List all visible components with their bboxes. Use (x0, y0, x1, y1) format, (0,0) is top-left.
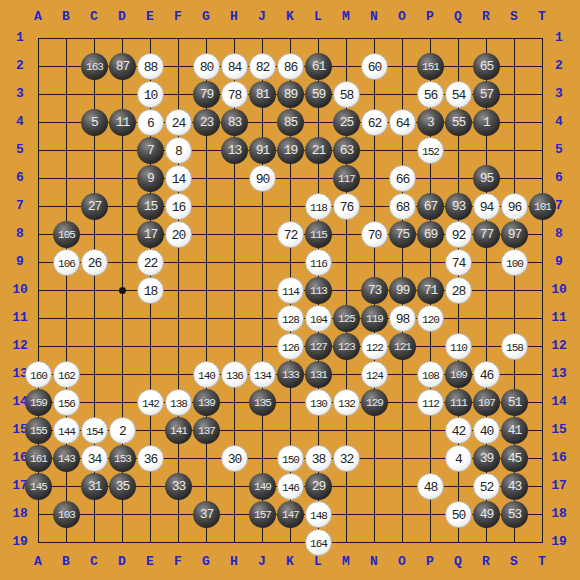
stone-black-E5[interactable]: 7 (137, 137, 164, 164)
stone-white-N2[interactable]: 60 (361, 53, 388, 80)
stone-black-C4[interactable]: 5 (81, 109, 108, 136)
row-label-right: 16 (547, 450, 571, 466)
column-label-top: G (194, 9, 218, 25)
stone-move-number: 15 (144, 199, 158, 214)
stone-move-number: 58 (340, 88, 354, 103)
stone-black-A14[interactable]: 159 (25, 389, 52, 416)
row-label-left: 12 (8, 338, 32, 354)
stone-white-R7[interactable]: 94 (473, 193, 500, 220)
stone-move-number: 163 (86, 61, 103, 73)
stone-white-H2[interactable]: 84 (221, 53, 248, 80)
stone-white-N8[interactable]: 70 (361, 221, 388, 248)
stone-black-D2[interactable]: 87 (109, 53, 136, 80)
stone-move-number: 132 (338, 398, 355, 410)
stone-black-F15[interactable]: 141 (165, 417, 192, 444)
stone-move-number: 158 (506, 342, 523, 354)
column-label-top: O (390, 9, 414, 25)
stone-black-C2[interactable]: 163 (81, 53, 108, 80)
stone-black-R2[interactable]: 65 (473, 53, 500, 80)
stone-white-R13[interactable]: 46 (473, 361, 500, 388)
stone-move-number: 60 (368, 60, 382, 75)
stone-move-number: 18 (144, 284, 158, 299)
stone-black-K5[interactable]: 19 (277, 137, 304, 164)
column-label-bottom: Q (446, 554, 470, 570)
stone-move-number: 13 (228, 143, 242, 158)
stone-white-Q12[interactable]: 110 (445, 333, 472, 360)
stone-move-number: 135 (254, 397, 271, 409)
stone-white-L11[interactable]: 104 (305, 305, 332, 332)
stone-white-Q16[interactable]: 4 (445, 445, 472, 472)
stone-move-number: 116 (310, 258, 327, 270)
stone-white-K12[interactable]: 126 (277, 333, 304, 360)
stone-black-F17[interactable]: 33 (165, 473, 192, 500)
stone-move-number: 87 (116, 59, 130, 74)
stone-white-N12[interactable]: 122 (361, 333, 388, 360)
stone-move-number: 81 (256, 87, 270, 102)
stone-black-B18[interactable]: 103 (53, 501, 80, 528)
stone-black-R16[interactable]: 39 (473, 445, 500, 472)
stone-white-E3[interactable]: 10 (137, 81, 164, 108)
stone-move-number: 153 (114, 453, 131, 465)
stone-white-Q9[interactable]: 74 (445, 249, 472, 276)
stone-white-B9[interactable]: 106 (53, 249, 80, 276)
row-label-right: 18 (547, 506, 571, 522)
stone-move-number: 40 (480, 424, 494, 439)
stone-black-N10[interactable]: 73 (361, 277, 388, 304)
column-label-bottom: H (222, 554, 246, 570)
stone-black-O8[interactable]: 75 (389, 221, 416, 248)
stone-black-P8[interactable]: 69 (417, 221, 444, 248)
stone-white-M16[interactable]: 32 (333, 445, 360, 472)
stone-move-number: 49 (480, 507, 494, 522)
stone-black-P4[interactable]: 3 (417, 109, 444, 136)
column-label-top: F (166, 9, 190, 25)
stone-move-number: 117 (338, 173, 355, 185)
column-label-bottom: R (474, 554, 498, 570)
stone-black-S14[interactable]: 51 (501, 389, 528, 416)
stone-white-Q8[interactable]: 92 (445, 221, 472, 248)
stone-black-C7[interactable]: 27 (81, 193, 108, 220)
stone-move-number: 20 (172, 228, 186, 243)
stone-white-H16[interactable]: 30 (221, 445, 248, 472)
stone-move-number: 101 (534, 201, 551, 213)
stone-white-P14[interactable]: 112 (417, 389, 444, 416)
column-label-top: E (138, 9, 162, 25)
stone-move-number: 94 (480, 200, 494, 215)
stone-move-number: 36 (144, 452, 158, 467)
stone-black-D4[interactable]: 11 (109, 109, 136, 136)
stone-move-number: 5 (91, 115, 98, 130)
stone-white-G13[interactable]: 140 (193, 361, 220, 388)
stone-white-J2[interactable]: 82 (249, 53, 276, 80)
stone-move-number: 45 (508, 451, 522, 466)
stone-white-E14[interactable]: 142 (137, 389, 164, 416)
stone-black-R4[interactable]: 1 (473, 109, 500, 136)
stone-move-number: 4 (455, 452, 462, 467)
stone-move-number: 100 (506, 258, 523, 270)
stone-black-B16[interactable]: 143 (53, 445, 80, 472)
stone-black-G3[interactable]: 79 (193, 81, 220, 108)
stone-white-P3[interactable]: 56 (417, 81, 444, 108)
stone-white-F4[interactable]: 24 (165, 109, 192, 136)
stone-white-B15[interactable]: 144 (53, 417, 80, 444)
stone-black-J17[interactable]: 149 (249, 473, 276, 500)
stone-move-number: 133 (282, 369, 299, 381)
stone-move-number: 98 (396, 312, 410, 327)
stone-move-number: 126 (282, 342, 299, 354)
stone-move-number: 99 (396, 283, 410, 298)
stone-white-L19[interactable]: 164 (305, 529, 332, 556)
stone-move-number: 112 (422, 398, 439, 410)
stone-white-P5[interactable]: 152 (417, 137, 444, 164)
stone-move-number: 110 (450, 342, 467, 354)
stone-white-B13[interactable]: 162 (53, 361, 80, 388)
stone-black-L8[interactable]: 115 (305, 221, 332, 248)
stone-black-H4[interactable]: 83 (221, 109, 248, 136)
stone-white-K10[interactable]: 114 (277, 277, 304, 304)
stone-move-number: 113 (310, 285, 327, 297)
stone-white-Q15[interactable]: 42 (445, 417, 472, 444)
stone-black-L2[interactable]: 61 (305, 53, 332, 80)
stone-move-number: 42 (452, 424, 466, 439)
stone-move-number: 30 (228, 452, 242, 467)
row-label-right: 17 (547, 478, 571, 494)
column-label-top: H (222, 9, 246, 25)
stone-move-number: 121 (394, 341, 411, 353)
stone-white-K16[interactable]: 150 (277, 445, 304, 472)
stone-white-D15[interactable]: 2 (109, 417, 136, 444)
column-label-bottom: A (26, 554, 50, 570)
stone-white-A13[interactable]: 160 (25, 361, 52, 388)
stone-black-R3[interactable]: 57 (473, 81, 500, 108)
column-label-bottom: T (530, 554, 554, 570)
stone-move-number: 109 (450, 369, 467, 381)
stone-move-number: 21 (312, 143, 326, 158)
stone-white-Q3[interactable]: 54 (445, 81, 472, 108)
stone-white-K2[interactable]: 86 (277, 53, 304, 80)
stone-black-E7[interactable]: 15 (137, 193, 164, 220)
stone-move-number: 77 (480, 227, 494, 242)
stone-move-number: 3 (427, 115, 434, 130)
stone-white-S7[interactable]: 96 (501, 193, 528, 220)
stone-move-number: 69 (424, 227, 438, 242)
stone-white-C16[interactable]: 34 (81, 445, 108, 472)
stone-white-J13[interactable]: 134 (249, 361, 276, 388)
column-label-bottom: J (250, 554, 274, 570)
stone-white-N13[interactable]: 124 (361, 361, 388, 388)
stone-black-Q14[interactable]: 111 (445, 389, 472, 416)
stone-move-number: 148 (310, 510, 327, 522)
stone-move-number: 128 (282, 314, 299, 326)
row-label-left: 6 (8, 170, 32, 186)
stone-black-Q4[interactable]: 55 (445, 109, 472, 136)
stone-white-Q10[interactable]: 28 (445, 277, 472, 304)
stone-move-number: 120 (422, 314, 439, 326)
stone-move-number: 154 (86, 426, 103, 438)
stone-move-number: 63 (340, 143, 354, 158)
stone-move-number: 147 (282, 509, 299, 521)
stone-move-number: 23 (200, 115, 214, 130)
stone-move-number: 93 (452, 199, 466, 214)
stone-move-number: 27 (88, 199, 102, 214)
stone-move-number: 92 (452, 228, 466, 243)
stone-white-S9[interactable]: 100 (501, 249, 528, 276)
column-label-bottom: B (54, 554, 78, 570)
stone-black-P2[interactable]: 151 (417, 53, 444, 80)
stone-white-C15[interactable]: 154 (81, 417, 108, 444)
stone-black-S16[interactable]: 45 (501, 445, 528, 472)
stone-move-number: 139 (198, 397, 215, 409)
stone-black-K4[interactable]: 85 (277, 109, 304, 136)
column-label-bottom: C (82, 554, 106, 570)
column-label-top: N (362, 9, 386, 25)
stone-move-number: 34 (88, 452, 102, 467)
row-label-right: 11 (547, 310, 571, 326)
row-label-right: 3 (547, 86, 571, 102)
stone-white-O6[interactable]: 66 (389, 165, 416, 192)
stone-black-S8[interactable]: 97 (501, 221, 528, 248)
stone-move-number: 140 (198, 370, 215, 382)
stone-black-P7[interactable]: 67 (417, 193, 444, 220)
stone-move-number: 131 (310, 369, 327, 381)
stone-move-number: 107 (478, 397, 495, 409)
stone-black-Q7[interactable]: 93 (445, 193, 472, 220)
stone-black-S17[interactable]: 43 (501, 473, 528, 500)
stone-move-number: 115 (310, 229, 327, 241)
row-label-right: 2 (547, 58, 571, 74)
stone-black-M11[interactable]: 125 (333, 305, 360, 332)
row-label-left: 18 (8, 506, 32, 522)
stone-move-number: 161 (30, 453, 47, 465)
stone-white-B14[interactable]: 156 (53, 389, 80, 416)
stone-black-S18[interactable]: 53 (501, 501, 528, 528)
row-label-right: 10 (547, 282, 571, 298)
stone-move-number: 85 (284, 115, 298, 130)
stone-black-N14[interactable]: 129 (361, 389, 388, 416)
stone-black-K3[interactable]: 89 (277, 81, 304, 108)
stone-white-R15[interactable]: 40 (473, 417, 500, 444)
stone-white-L18[interactable]: 148 (305, 501, 332, 528)
stone-black-A15[interactable]: 155 (25, 417, 52, 444)
stone-white-P13[interactable]: 108 (417, 361, 444, 388)
stone-white-O11[interactable]: 98 (389, 305, 416, 332)
row-label-right: 9 (547, 254, 571, 270)
stone-move-number: 123 (338, 341, 355, 353)
stone-move-number: 96 (508, 200, 522, 215)
stone-move-number: 122 (366, 342, 383, 354)
stone-black-M6[interactable]: 117 (333, 165, 360, 192)
stone-black-L10[interactable]: 113 (305, 277, 332, 304)
stone-black-G15[interactable]: 137 (193, 417, 220, 444)
row-label-left: 11 (8, 310, 32, 326)
stone-black-E8[interactable]: 17 (137, 221, 164, 248)
stone-white-S12[interactable]: 158 (501, 333, 528, 360)
stone-move-number: 74 (452, 256, 466, 271)
stone-black-L13[interactable]: 131 (305, 361, 332, 388)
stone-move-number: 48 (424, 480, 438, 495)
stone-black-L17[interactable]: 29 (305, 473, 332, 500)
stone-white-M3[interactable]: 58 (333, 81, 360, 108)
stone-black-C17[interactable]: 31 (81, 473, 108, 500)
stone-white-H3[interactable]: 78 (221, 81, 248, 108)
stone-move-number: 50 (452, 508, 466, 523)
stone-white-K11[interactable]: 128 (277, 305, 304, 332)
stone-move-number: 155 (30, 425, 47, 437)
stone-black-E6[interactable]: 9 (137, 165, 164, 192)
stone-move-number: 6 (147, 116, 154, 131)
column-label-bottom: N (362, 554, 386, 570)
stone-move-number: 59 (312, 87, 326, 102)
column-label-bottom: D (110, 554, 134, 570)
stone-white-O4[interactable]: 64 (389, 109, 416, 136)
stone-black-G18[interactable]: 37 (193, 501, 220, 528)
stone-black-B8[interactable]: 105 (53, 221, 80, 248)
stone-move-number: 151 (422, 61, 439, 73)
stone-white-H13[interactable]: 136 (221, 361, 248, 388)
column-label-top: K (278, 9, 302, 25)
stone-move-number: 157 (254, 509, 271, 521)
column-label-top: T (530, 9, 554, 25)
stone-white-P11[interactable]: 120 (417, 305, 444, 332)
stone-white-E10[interactable]: 18 (137, 277, 164, 304)
stone-white-M14[interactable]: 132 (333, 389, 360, 416)
stone-move-number: 103 (58, 509, 75, 521)
stone-black-T7[interactable]: 101 (529, 193, 556, 220)
stone-black-O10[interactable]: 99 (389, 277, 416, 304)
stone-move-number: 33 (172, 479, 186, 494)
stone-move-number: 73 (368, 283, 382, 298)
row-label-right: 6 (547, 170, 571, 186)
column-label-bottom: P (418, 554, 442, 570)
stone-white-E2[interactable]: 88 (137, 53, 164, 80)
stone-black-J18[interactable]: 157 (249, 501, 276, 528)
stone-black-P10[interactable]: 71 (417, 277, 444, 304)
stone-white-F5[interactable]: 8 (165, 137, 192, 164)
go-board[interactable]: AABBCCDDEEFFGGHHJJKKLLMMNNOOPPQQRRSSTT11… (0, 0, 580, 580)
stone-black-R14[interactable]: 107 (473, 389, 500, 416)
stone-black-N11[interactable]: 119 (361, 305, 388, 332)
stone-black-G14[interactable]: 139 (193, 389, 220, 416)
stone-move-number: 82 (256, 60, 270, 75)
stone-move-number: 89 (284, 87, 298, 102)
stone-black-R8[interactable]: 77 (473, 221, 500, 248)
stone-move-number: 1 (483, 115, 490, 130)
stone-black-D16[interactable]: 153 (109, 445, 136, 472)
stone-white-F8[interactable]: 20 (165, 221, 192, 248)
stone-white-C9[interactable]: 26 (81, 249, 108, 276)
stone-white-K8[interactable]: 72 (277, 221, 304, 248)
column-label-bottom: L (306, 554, 330, 570)
stone-white-K17[interactable]: 146 (277, 473, 304, 500)
stone-white-N4[interactable]: 62 (361, 109, 388, 136)
stone-black-J3[interactable]: 81 (249, 81, 276, 108)
stone-white-L9[interactable]: 116 (305, 249, 332, 276)
row-label-right: 1 (547, 30, 571, 46)
stone-black-R18[interactable]: 49 (473, 501, 500, 528)
column-label-bottom: E (138, 554, 162, 570)
stone-black-L5[interactable]: 21 (305, 137, 332, 164)
stone-white-Q18[interactable]: 50 (445, 501, 472, 528)
stone-move-number: 141 (170, 425, 187, 437)
stone-move-number: 79 (200, 87, 214, 102)
stone-move-number: 78 (228, 88, 242, 103)
stone-move-number: 76 (340, 200, 354, 215)
stone-move-number: 35 (116, 479, 130, 494)
stone-black-R6[interactable]: 95 (473, 165, 500, 192)
stone-white-E9[interactable]: 22 (137, 249, 164, 276)
stone-white-E4[interactable]: 6 (137, 109, 164, 136)
stone-move-number: 57 (480, 87, 494, 102)
stone-black-L12[interactable]: 127 (305, 333, 332, 360)
grid-line-horizontal (38, 542, 543, 543)
stone-black-G4[interactable]: 23 (193, 109, 220, 136)
stone-move-number: 118 (310, 202, 327, 214)
stone-move-number: 14 (172, 172, 186, 187)
column-label-top: P (418, 9, 442, 25)
stone-move-number: 31 (88, 479, 102, 494)
stone-move-number: 22 (144, 256, 158, 271)
row-label-right: 12 (547, 338, 571, 354)
stone-move-number: 130 (310, 398, 327, 410)
stone-black-K18[interactable]: 147 (277, 501, 304, 528)
stone-move-number: 9 (147, 171, 154, 186)
stone-black-Q13[interactable]: 109 (445, 361, 472, 388)
stone-move-number: 16 (172, 200, 186, 215)
stone-move-number: 2 (119, 424, 126, 439)
stone-move-number: 152 (422, 146, 439, 158)
stone-white-O7[interactable]: 68 (389, 193, 416, 220)
stone-move-number: 80 (200, 60, 214, 75)
stone-white-F7[interactable]: 16 (165, 193, 192, 220)
stone-black-M4[interactable]: 25 (333, 109, 360, 136)
stone-white-E16[interactable]: 36 (137, 445, 164, 472)
stone-white-J6[interactable]: 90 (249, 165, 276, 192)
stone-black-O12[interactable]: 121 (389, 333, 416, 360)
stone-white-L16[interactable]: 38 (305, 445, 332, 472)
stone-white-F6[interactable]: 14 (165, 165, 192, 192)
row-label-right: 19 (547, 534, 571, 550)
stone-move-number: 70 (368, 228, 382, 243)
stone-black-D17[interactable]: 35 (109, 473, 136, 500)
stone-black-J5[interactable]: 91 (249, 137, 276, 164)
stone-black-M5[interactable]: 63 (333, 137, 360, 164)
stone-black-A16[interactable]: 161 (25, 445, 52, 472)
stone-black-S15[interactable]: 41 (501, 417, 528, 444)
stone-white-L7[interactable]: 118 (305, 193, 332, 220)
stone-white-M7[interactable]: 76 (333, 193, 360, 220)
stone-black-J14[interactable]: 135 (249, 389, 276, 416)
stone-move-number: 67 (424, 199, 438, 214)
stone-white-R17[interactable]: 52 (473, 473, 500, 500)
stone-move-number: 65 (480, 59, 494, 74)
stone-white-G2[interactable]: 80 (193, 53, 220, 80)
row-label-left: 1 (8, 30, 32, 46)
stone-white-F14[interactable]: 138 (165, 389, 192, 416)
stone-move-number: 91 (256, 143, 270, 158)
stone-black-L3[interactable]: 59 (305, 81, 332, 108)
column-label-top: S (502, 9, 526, 25)
stone-move-number: 29 (312, 479, 326, 494)
stone-black-A17[interactable]: 145 (25, 473, 52, 500)
row-label-right: 13 (547, 366, 571, 382)
stone-white-L14[interactable]: 130 (305, 389, 332, 416)
stone-move-number: 72 (284, 228, 298, 243)
stone-black-M12[interactable]: 123 (333, 333, 360, 360)
stone-white-P17[interactable]: 48 (417, 473, 444, 500)
stone-black-K13[interactable]: 133 (277, 361, 304, 388)
stone-move-number: 86 (284, 60, 298, 75)
stone-black-H5[interactable]: 13 (221, 137, 248, 164)
